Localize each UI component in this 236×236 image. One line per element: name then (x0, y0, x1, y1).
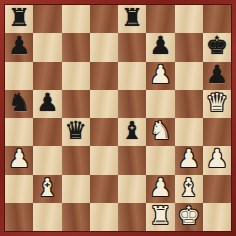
white-pawn-piece[interactable]: ♟ (177, 146, 199, 173)
square-a4[interactable] (5, 118, 33, 146)
square-d2[interactable] (90, 175, 118, 203)
white-knight-piece[interactable]: ♞ (149, 118, 171, 145)
square-e6[interactable] (118, 62, 146, 90)
black-pawn-piece[interactable]: ♟ (206, 62, 228, 89)
square-b8[interactable] (33, 5, 61, 33)
black-pawn-piece[interactable]: ♟ (149, 33, 171, 60)
square-d1[interactable] (90, 203, 118, 231)
white-rook-piece[interactable]: ♜ (149, 203, 171, 230)
square-c7[interactable] (62, 33, 90, 61)
white-pawn-piece[interactable]: ♟ (149, 175, 171, 202)
square-b2[interactable]: ♝ (33, 175, 61, 203)
square-f5[interactable] (146, 90, 174, 118)
square-g2[interactable]: ♝ (175, 175, 203, 203)
square-c6[interactable] (62, 62, 90, 90)
black-bishop-piece[interactable]: ♝ (121, 118, 143, 145)
square-a6[interactable] (5, 62, 33, 90)
square-b7[interactable] (33, 33, 61, 61)
square-g1[interactable]: ♚ (175, 203, 203, 231)
square-b3[interactable] (33, 146, 61, 174)
square-h7[interactable]: ♚ (203, 33, 231, 61)
white-bishop-piece[interactable]: ♝ (36, 175, 58, 202)
square-g3[interactable]: ♟ (175, 146, 203, 174)
black-pawn-piece[interactable]: ♟ (8, 33, 30, 60)
square-b1[interactable] (33, 203, 61, 231)
white-bishop-piece[interactable]: ♝ (177, 175, 199, 202)
square-b4[interactable] (33, 118, 61, 146)
black-queen-piece[interactable]: ♛ (64, 118, 86, 145)
square-e2[interactable] (118, 175, 146, 203)
square-e5[interactable] (118, 90, 146, 118)
black-knight-piece[interactable]: ♞ (8, 90, 30, 117)
square-d6[interactable] (90, 62, 118, 90)
square-f4[interactable]: ♞ (146, 118, 174, 146)
square-c2[interactable] (62, 175, 90, 203)
square-d8[interactable] (90, 5, 118, 33)
square-h6[interactable]: ♟ (203, 62, 231, 90)
square-e3[interactable] (118, 146, 146, 174)
chess-board: ♜♜♟♟♚♟♟♞♟♛♛♝♞♟♟♟♝♟♝♜♚ (5, 5, 231, 231)
square-d4[interactable] (90, 118, 118, 146)
square-a5[interactable]: ♞ (5, 90, 33, 118)
square-h5[interactable]: ♛ (203, 90, 231, 118)
black-pawn-piece[interactable]: ♟ (36, 90, 58, 117)
white-pawn-piece[interactable]: ♟ (8, 146, 30, 173)
white-queen-piece[interactable]: ♛ (206, 90, 228, 117)
square-d7[interactable] (90, 33, 118, 61)
square-a3[interactable]: ♟ (5, 146, 33, 174)
square-b5[interactable]: ♟ (33, 90, 61, 118)
square-f3[interactable] (146, 146, 174, 174)
square-f2[interactable]: ♟ (146, 175, 174, 203)
square-h4[interactable] (203, 118, 231, 146)
square-g4[interactable] (175, 118, 203, 146)
square-g7[interactable] (175, 33, 203, 61)
black-rook-piece[interactable]: ♜ (8, 5, 30, 32)
square-c1[interactable] (62, 203, 90, 231)
square-e4[interactable]: ♝ (118, 118, 146, 146)
white-pawn-piece[interactable]: ♟ (149, 62, 171, 89)
square-e1[interactable] (118, 203, 146, 231)
square-h8[interactable] (203, 5, 231, 33)
square-a2[interactable] (5, 175, 33, 203)
square-e8[interactable]: ♜ (118, 5, 146, 33)
square-h3[interactable]: ♟ (203, 146, 231, 174)
square-a8[interactable]: ♜ (5, 5, 33, 33)
square-c3[interactable] (62, 146, 90, 174)
black-king-piece[interactable]: ♚ (206, 33, 228, 60)
white-king-piece[interactable]: ♚ (177, 203, 199, 230)
square-a1[interactable] (5, 203, 33, 231)
square-d5[interactable] (90, 90, 118, 118)
square-g8[interactable] (175, 5, 203, 33)
white-pawn-piece[interactable]: ♟ (206, 146, 228, 173)
square-g6[interactable] (175, 62, 203, 90)
square-f7[interactable]: ♟ (146, 33, 174, 61)
square-f6[interactable]: ♟ (146, 62, 174, 90)
square-c4[interactable]: ♛ (62, 118, 90, 146)
square-b6[interactable] (33, 62, 61, 90)
square-h2[interactable] (203, 175, 231, 203)
square-e7[interactable] (118, 33, 146, 61)
square-f1[interactable]: ♜ (146, 203, 174, 231)
square-a7[interactable]: ♟ (5, 33, 33, 61)
square-h1[interactable] (203, 203, 231, 231)
board-frame: ♜♜♟♟♚♟♟♞♟♛♛♝♞♟♟♟♝♟♝♜♚ (0, 0, 236, 236)
square-f8[interactable] (146, 5, 174, 33)
black-rook-piece[interactable]: ♜ (121, 5, 143, 32)
square-g5[interactable] (175, 90, 203, 118)
square-c8[interactable] (62, 5, 90, 33)
square-c5[interactable] (62, 90, 90, 118)
square-d3[interactable] (90, 146, 118, 174)
